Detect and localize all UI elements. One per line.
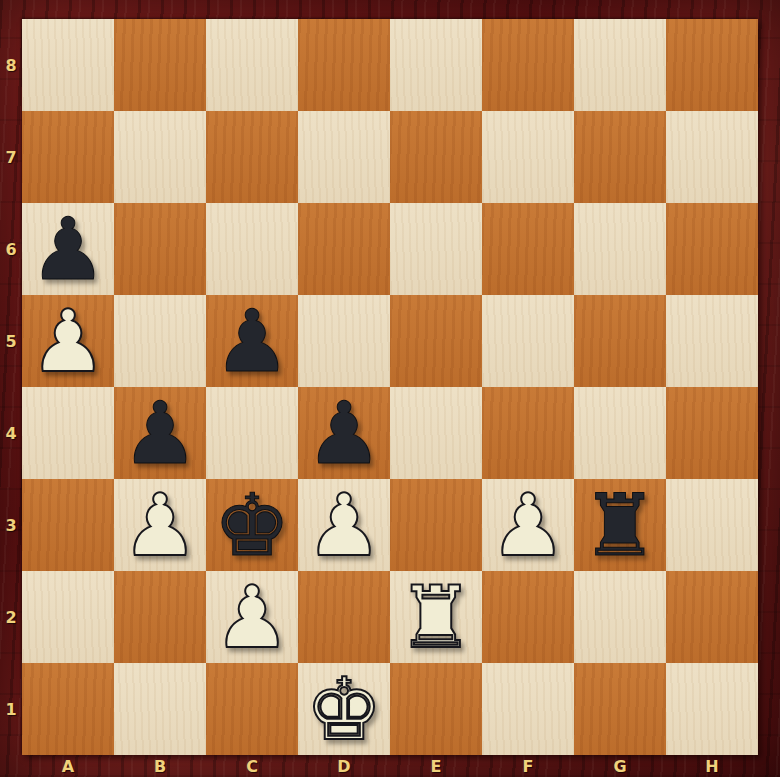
square-e8[interactable] (390, 19, 482, 111)
square-g6[interactable] (574, 203, 666, 295)
square-g8[interactable] (574, 19, 666, 111)
piece-white-pawn[interactable]: ♟ (114, 479, 206, 571)
file-labels: ABCDEFGH (22, 755, 758, 777)
square-e1[interactable] (390, 663, 482, 755)
square-f1[interactable] (482, 663, 574, 755)
file-label-d: D (298, 755, 390, 777)
square-e7[interactable] (390, 111, 482, 203)
square-a4[interactable] (22, 387, 114, 479)
square-a2[interactable] (22, 571, 114, 663)
piece-white-rook[interactable]: ♜ (390, 571, 482, 663)
square-c3[interactable]: ♚ (206, 479, 298, 571)
square-g5[interactable] (574, 295, 666, 387)
square-h4[interactable] (666, 387, 758, 479)
square-c2[interactable]: ♟ (206, 571, 298, 663)
square-c7[interactable] (206, 111, 298, 203)
square-h3[interactable] (666, 479, 758, 571)
file-label-b: B (114, 755, 206, 777)
square-b7[interactable] (114, 111, 206, 203)
square-c1[interactable] (206, 663, 298, 755)
square-b5[interactable] (114, 295, 206, 387)
square-g2[interactable] (574, 571, 666, 663)
square-f4[interactable] (482, 387, 574, 479)
rank-labels: 87654321 (0, 19, 22, 755)
piece-white-pawn[interactable]: ♟ (482, 479, 574, 571)
square-f8[interactable] (482, 19, 574, 111)
square-f7[interactable] (482, 111, 574, 203)
rank-label-6: 6 (0, 203, 22, 295)
file-label-h: H (666, 755, 758, 777)
square-b4[interactable]: ♟ (114, 387, 206, 479)
piece-white-pawn[interactable]: ♟ (206, 571, 298, 663)
square-b1[interactable] (114, 663, 206, 755)
square-f6[interactable] (482, 203, 574, 295)
square-d4[interactable]: ♟ (298, 387, 390, 479)
square-c4[interactable] (206, 387, 298, 479)
square-e5[interactable] (390, 295, 482, 387)
square-h6[interactable] (666, 203, 758, 295)
chess-board-frame: ♟♟♟♟♟♟♚♟♟♜♟♜♚ 87654321 ABCDEFGH (0, 0, 780, 777)
rank-label-8: 8 (0, 19, 22, 111)
piece-white-pawn[interactable]: ♟ (22, 295, 114, 387)
piece-black-pawn[interactable]: ♟ (114, 387, 206, 479)
square-e3[interactable] (390, 479, 482, 571)
square-d1[interactable]: ♚ (298, 663, 390, 755)
square-g7[interactable] (574, 111, 666, 203)
square-a6[interactable]: ♟ (22, 203, 114, 295)
square-c5[interactable]: ♟ (206, 295, 298, 387)
square-d6[interactable] (298, 203, 390, 295)
square-e4[interactable] (390, 387, 482, 479)
piece-white-pawn[interactable]: ♟ (298, 479, 390, 571)
square-h5[interactable] (666, 295, 758, 387)
rank-label-7: 7 (0, 111, 22, 203)
square-g4[interactable] (574, 387, 666, 479)
square-d5[interactable] (298, 295, 390, 387)
file-label-a: A (22, 755, 114, 777)
square-h1[interactable] (666, 663, 758, 755)
square-h2[interactable] (666, 571, 758, 663)
file-label-g: G (574, 755, 666, 777)
square-a8[interactable] (22, 19, 114, 111)
square-c6[interactable] (206, 203, 298, 295)
rank-label-3: 3 (0, 479, 22, 571)
chess-board: ♟♟♟♟♟♟♚♟♟♜♟♜♚ (22, 19, 758, 755)
rank-label-1: 1 (0, 663, 22, 755)
square-f3[interactable]: ♟ (482, 479, 574, 571)
square-g3[interactable]: ♜ (574, 479, 666, 571)
rank-label-2: 2 (0, 571, 22, 663)
square-b3[interactable]: ♟ (114, 479, 206, 571)
piece-black-pawn[interactable]: ♟ (22, 203, 114, 295)
piece-black-pawn[interactable]: ♟ (206, 295, 298, 387)
piece-black-pawn[interactable]: ♟ (298, 387, 390, 479)
piece-white-king[interactable]: ♚ (298, 663, 390, 755)
square-b2[interactable] (114, 571, 206, 663)
file-label-c: C (206, 755, 298, 777)
square-d7[interactable] (298, 111, 390, 203)
square-e2[interactable]: ♜ (390, 571, 482, 663)
square-b6[interactable] (114, 203, 206, 295)
square-a5[interactable]: ♟ (22, 295, 114, 387)
file-label-f: F (482, 755, 574, 777)
square-d2[interactable] (298, 571, 390, 663)
square-d8[interactable] (298, 19, 390, 111)
piece-black-king[interactable]: ♚ (206, 479, 298, 571)
square-g1[interactable] (574, 663, 666, 755)
square-f5[interactable] (482, 295, 574, 387)
rank-label-4: 4 (0, 387, 22, 479)
square-h8[interactable] (666, 19, 758, 111)
square-a3[interactable] (22, 479, 114, 571)
rank-label-5: 5 (0, 295, 22, 387)
square-d3[interactable]: ♟ (298, 479, 390, 571)
square-e6[interactable] (390, 203, 482, 295)
square-a7[interactable] (22, 111, 114, 203)
file-label-e: E (390, 755, 482, 777)
square-c8[interactable] (206, 19, 298, 111)
square-a1[interactable] (22, 663, 114, 755)
square-b8[interactable] (114, 19, 206, 111)
square-f2[interactable] (482, 571, 574, 663)
square-h7[interactable] (666, 111, 758, 203)
piece-black-rook[interactable]: ♜ (574, 479, 666, 571)
